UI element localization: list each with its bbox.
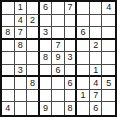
cell-r1c9-given[interactable]: 4	[102, 2, 115, 15]
cell-r2c3-given[interactable]: 2	[27, 15, 40, 28]
cell-r6c5-given[interactable]: 6	[52, 65, 65, 78]
cell-r9c7-empty[interactable]	[77, 102, 90, 115]
cell-r8c1-empty[interactable]	[2, 90, 15, 103]
cell-r2c2-given[interactable]: 4	[15, 15, 28, 28]
cell-r3c6-empty[interactable]	[65, 27, 78, 40]
cell-r5c6-given[interactable]: 3	[65, 52, 78, 65]
cell-r6c8-given[interactable]: 1	[90, 65, 103, 78]
cell-r4c2-given[interactable]: 8	[15, 40, 28, 53]
cell-r5c2-empty[interactable]	[15, 52, 28, 65]
cell-r3c9-empty[interactable]	[102, 27, 115, 40]
cell-r3c8-empty[interactable]	[90, 27, 103, 40]
cell-r6c2-given[interactable]: 3	[15, 65, 28, 78]
cell-r2c9-empty[interactable]	[102, 15, 115, 28]
cell-r1c6-given[interactable]: 7	[65, 2, 78, 15]
cell-r1c3-empty[interactable]	[27, 2, 40, 15]
cell-r9c9-empty[interactable]	[102, 102, 115, 115]
cell-r5c3-empty[interactable]	[27, 52, 40, 65]
cell-r4c9-empty[interactable]	[102, 40, 115, 53]
cell-r5c9-empty[interactable]	[102, 52, 115, 65]
cell-r3c5-empty[interactable]	[52, 27, 65, 40]
cell-r9c8-given[interactable]: 6	[90, 102, 103, 115]
cell-r4c6-empty[interactable]	[65, 40, 78, 53]
cell-r9c2-empty[interactable]	[15, 102, 28, 115]
cell-r5c7-empty[interactable]	[77, 52, 90, 65]
cell-r7c1-empty[interactable]	[2, 77, 15, 90]
cell-r8c9-empty[interactable]	[102, 90, 115, 103]
cell-r9c3-empty[interactable]	[27, 102, 40, 115]
cell-r8c4-empty[interactable]	[40, 90, 53, 103]
cell-r8c3-empty[interactable]	[27, 90, 40, 103]
cell-r1c4-given[interactable]: 6	[40, 2, 53, 15]
cell-r7c6-given[interactable]: 6	[65, 77, 78, 90]
cell-r8c6-empty[interactable]	[65, 90, 78, 103]
cell-r3c3-empty[interactable]	[27, 27, 40, 40]
cell-r8c8-given[interactable]: 7	[90, 90, 103, 103]
cell-r7c9-given[interactable]: 5	[102, 77, 115, 90]
cell-r7c3-given[interactable]: 8	[27, 77, 40, 90]
cell-r3c7-given[interactable]: 6	[77, 27, 90, 40]
cell-r2c1-empty[interactable]	[2, 15, 15, 28]
cell-r1c2-given[interactable]: 1	[15, 2, 28, 15]
cell-r3c2-given[interactable]: 7	[15, 27, 28, 40]
cell-r7c5-empty[interactable]	[52, 77, 65, 90]
cell-r4c3-empty[interactable]	[27, 40, 40, 53]
cell-r5c1-empty[interactable]	[2, 52, 15, 65]
cell-r1c5-empty[interactable]	[52, 2, 65, 15]
cell-r8c2-empty[interactable]	[15, 90, 28, 103]
cell-r8c5-empty[interactable]	[52, 90, 65, 103]
cell-r5c4-given[interactable]: 8	[40, 52, 53, 65]
cell-r2c4-empty[interactable]	[40, 15, 53, 28]
cell-r6c9-empty[interactable]	[102, 65, 115, 78]
cell-r2c7-empty[interactable]	[77, 15, 90, 28]
cell-r6c7-empty[interactable]	[77, 65, 90, 78]
cell-r6c6-empty[interactable]	[65, 65, 78, 78]
cell-r4c1-empty[interactable]	[2, 40, 15, 53]
cell-r9c5-empty[interactable]	[52, 102, 65, 115]
cell-r5c5-given[interactable]: 9	[52, 52, 65, 65]
cell-r2c8-empty[interactable]	[90, 15, 103, 28]
cell-r3c4-given[interactable]: 3	[40, 27, 53, 40]
cell-r7c2-empty[interactable]	[15, 77, 28, 90]
cell-r7c8-given[interactable]: 4	[90, 77, 103, 90]
cell-r4c7-empty[interactable]	[77, 40, 90, 53]
cell-r1c7-empty[interactable]	[77, 2, 90, 15]
sudoku-board: 16744287368728933618645174986	[0, 0, 117, 117]
cell-r2c5-empty[interactable]	[52, 15, 65, 28]
cell-r1c1-empty[interactable]	[2, 2, 15, 15]
cell-r6c1-empty[interactable]	[2, 65, 15, 78]
cell-r9c1-given[interactable]: 4	[2, 102, 15, 115]
cell-r3c1-given[interactable]: 8	[2, 27, 15, 40]
cell-r7c4-empty[interactable]	[40, 77, 53, 90]
cell-r6c3-empty[interactable]	[27, 65, 40, 78]
cell-r7c7-empty[interactable]	[77, 77, 90, 90]
cell-r4c4-empty[interactable]	[40, 40, 53, 53]
cell-r4c8-given[interactable]: 2	[90, 40, 103, 53]
cell-r4c5-given[interactable]: 7	[52, 40, 65, 53]
cell-r2c6-empty[interactable]	[65, 15, 78, 28]
cell-r5c8-empty[interactable]	[90, 52, 103, 65]
cell-r1c8-empty[interactable]	[90, 2, 103, 15]
cell-r9c4-given[interactable]: 9	[40, 102, 53, 115]
cell-r9c6-given[interactable]: 8	[65, 102, 78, 115]
cell-r6c4-empty[interactable]	[40, 65, 53, 78]
cell-r8c7-given[interactable]: 1	[77, 90, 90, 103]
